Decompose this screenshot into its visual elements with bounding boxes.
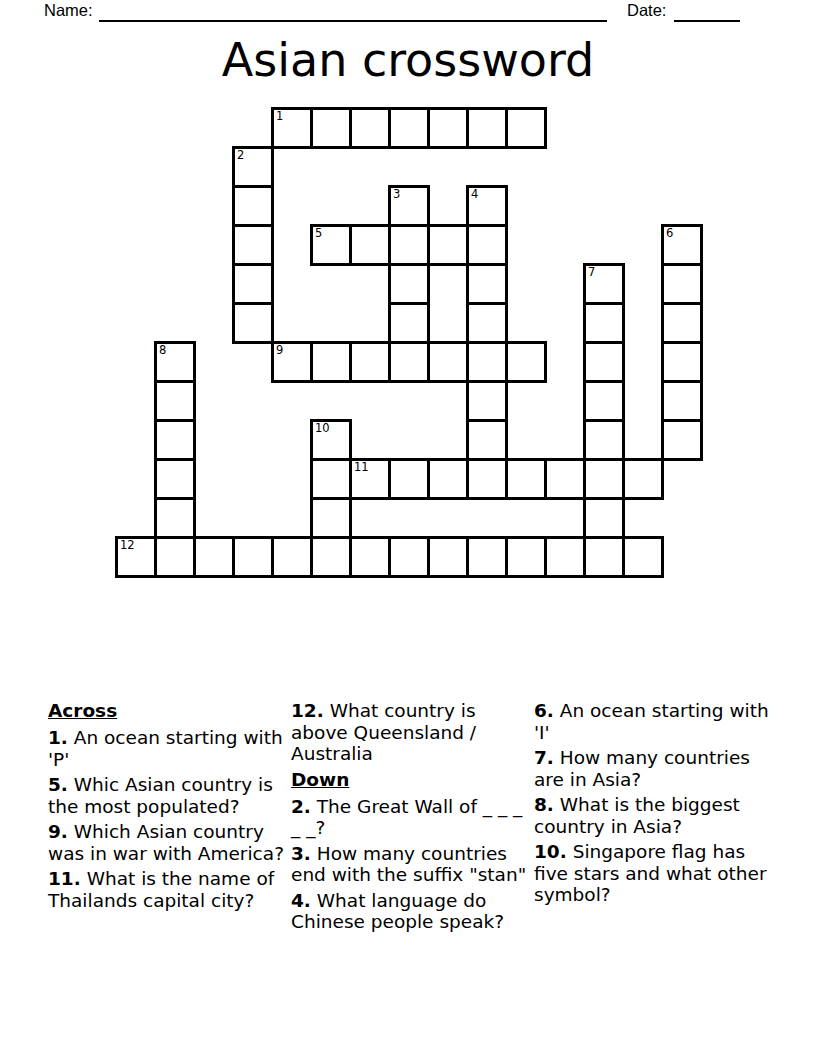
grid-cell-r4c3[interactable] bbox=[232, 263, 274, 305]
clue-4: 4. What language do Chinese people speak… bbox=[291, 890, 527, 933]
clue-2: 2. The Great Wall of _ _ _ _ _? bbox=[291, 796, 527, 839]
grid-cell-r4c12[interactable]: 7 bbox=[583, 263, 625, 305]
clue-number-label: 7. bbox=[534, 747, 554, 768]
grid-cell-r10c12[interactable] bbox=[583, 497, 625, 539]
page-title: Asian crossword bbox=[0, 33, 816, 87]
clue-number-label: 12. bbox=[291, 700, 324, 721]
clues-column-3: 6. An ocean starting with 'I'7. How many… bbox=[534, 700, 770, 937]
cell-number-11: 11 bbox=[354, 461, 369, 474]
grid-cell-r3c6[interactable] bbox=[349, 224, 391, 266]
cell-number-4: 4 bbox=[471, 188, 478, 201]
clue-number-label: 9. bbox=[48, 821, 68, 842]
clue-3: 3. How many countries end with the suffi… bbox=[291, 843, 527, 886]
grid-cell-r0c10[interactable] bbox=[505, 107, 547, 149]
cell-number-6: 6 bbox=[666, 227, 673, 240]
clues-column-2: 12. What country is above Queensland / A… bbox=[291, 700, 527, 937]
grid-cell-r9c5[interactable] bbox=[310, 458, 352, 500]
clue-number-label: 2. bbox=[291, 796, 311, 817]
cell-number-5: 5 bbox=[315, 227, 322, 240]
cell-number-8: 8 bbox=[159, 344, 166, 357]
grid-cell-r0c5[interactable] bbox=[310, 107, 352, 149]
grid-cell-r1c3[interactable]: 2 bbox=[232, 146, 274, 188]
clue-number-label: 8. bbox=[534, 794, 554, 815]
clues-section: Across1. An ocean starting with 'P'5. Wh… bbox=[48, 700, 772, 937]
grid-cell-r6c12[interactable] bbox=[583, 341, 625, 383]
date-label: Date: bbox=[627, 1, 666, 20]
grid-cell-r5c9[interactable] bbox=[466, 302, 508, 344]
grid-cell-r5c3[interactable] bbox=[232, 302, 274, 344]
grid-cell-r5c12[interactable] bbox=[583, 302, 625, 344]
grid-cell-r7c9[interactable] bbox=[466, 380, 508, 422]
grid-cell-r3c3[interactable] bbox=[232, 224, 274, 266]
grid-cell-r4c7[interactable] bbox=[388, 263, 430, 305]
cell-number-7: 7 bbox=[588, 266, 595, 279]
clue-5: 5. Whic Asian country is the most popula… bbox=[48, 774, 284, 817]
name-input-line[interactable] bbox=[99, 0, 607, 22]
grid-cell-r6c6[interactable] bbox=[349, 341, 391, 383]
grid-cell-r3c14[interactable]: 6 bbox=[661, 224, 703, 266]
clues-heading-down: Down bbox=[291, 769, 527, 791]
clue-number-label: 10. bbox=[534, 841, 567, 862]
grid-cell-r6c7[interactable] bbox=[388, 341, 430, 383]
grid-cell-r9c9[interactable] bbox=[466, 458, 508, 500]
clue-7: 7. How many countries are in Asia? bbox=[534, 747, 770, 790]
clues-column-1: Across1. An ocean starting with 'P'5. Wh… bbox=[48, 700, 284, 937]
cell-number-2: 2 bbox=[237, 149, 244, 162]
clue-9: 9. Which Asian country was in war with A… bbox=[48, 821, 284, 864]
grid-cell-r8c12[interactable] bbox=[583, 419, 625, 461]
clue-12: 12. What country is above Queensland / A… bbox=[291, 700, 527, 765]
grid-cell-r9c12[interactable] bbox=[583, 458, 625, 500]
grid-cell-r11c12[interactable] bbox=[583, 536, 625, 578]
clue-8: 8. What is the biggest country in Asia? bbox=[534, 794, 770, 837]
grid-cell-r11c3[interactable] bbox=[232, 536, 274, 578]
clue-number-label: 6. bbox=[534, 700, 554, 721]
clue-10: 10. Singapore flag has five stars and wh… bbox=[534, 841, 770, 906]
grid-cell-r0c4[interactable]: 1 bbox=[271, 107, 313, 149]
grid-cell-r11c9[interactable] bbox=[466, 536, 508, 578]
grid-cell-r7c1[interactable] bbox=[154, 380, 196, 422]
grid-cell-r11c7[interactable] bbox=[388, 536, 430, 578]
grid-cell-r2c9[interactable]: 4 bbox=[466, 185, 508, 227]
grid-cell-r11c8[interactable] bbox=[427, 536, 469, 578]
grid-cell-r3c9[interactable] bbox=[466, 224, 508, 266]
grid-cell-r8c9[interactable] bbox=[466, 419, 508, 461]
grid-cell-r11c11[interactable] bbox=[544, 536, 586, 578]
grid-cell-r9c8[interactable] bbox=[427, 458, 469, 500]
cell-number-3: 3 bbox=[393, 188, 400, 201]
grid-cell-r11c0[interactable]: 12 bbox=[115, 536, 157, 578]
grid-cell-r7c14[interactable] bbox=[661, 380, 703, 422]
grid-cell-r9c13[interactable] bbox=[622, 458, 664, 500]
grid-cell-r6c4[interactable]: 9 bbox=[271, 341, 313, 383]
clue-number-label: 3. bbox=[291, 843, 311, 864]
date-input-line[interactable] bbox=[674, 0, 740, 22]
name-label: Name: bbox=[44, 1, 93, 20]
clue-number-label: 4. bbox=[291, 890, 311, 911]
clue-number-label: 5. bbox=[48, 774, 68, 795]
clue-number-label: 1. bbox=[48, 727, 68, 748]
grid-cell-r11c1[interactable] bbox=[154, 536, 196, 578]
grid-cell-r9c10[interactable] bbox=[505, 458, 547, 500]
grid-cell-r3c7[interactable] bbox=[388, 224, 430, 266]
grid-cell-r9c6[interactable]: 11 bbox=[349, 458, 391, 500]
grid-cell-r10c5[interactable] bbox=[310, 497, 352, 539]
grid-cell-r8c1[interactable] bbox=[154, 419, 196, 461]
grid-cell-r6c5[interactable] bbox=[310, 341, 352, 383]
clues-heading-across: Across bbox=[48, 700, 284, 722]
cell-number-9: 9 bbox=[276, 344, 283, 357]
clue-1: 1. An ocean starting with 'P' bbox=[48, 727, 284, 770]
grid-cell-r9c11[interactable] bbox=[544, 458, 586, 500]
grid-cell-r6c10[interactable] bbox=[505, 341, 547, 383]
grid-cell-r11c6[interactable] bbox=[349, 536, 391, 578]
grid-cell-r11c5[interactable] bbox=[310, 536, 352, 578]
grid-cell-r0c9[interactable] bbox=[466, 107, 508, 149]
worksheet-page: Name: Date: Asian crossword 123456789101… bbox=[0, 0, 816, 1056]
cell-number-10: 10 bbox=[315, 422, 330, 435]
grid-cell-r5c7[interactable] bbox=[388, 302, 430, 344]
grid-cell-r3c8[interactable] bbox=[427, 224, 469, 266]
grid-cell-r6c9[interactable] bbox=[466, 341, 508, 383]
grid-cell-r9c1[interactable] bbox=[154, 458, 196, 500]
clue-6: 6. An ocean starting with 'I' bbox=[534, 700, 770, 743]
grid-cell-r11c10[interactable] bbox=[505, 536, 547, 578]
grid-cell-r5c14[interactable] bbox=[661, 302, 703, 344]
grid-cell-r2c7[interactable]: 3 bbox=[388, 185, 430, 227]
grid-cell-r8c14[interactable] bbox=[661, 419, 703, 461]
grid-cell-r6c1[interactable]: 8 bbox=[154, 341, 196, 383]
grid-cell-r6c8[interactable] bbox=[427, 341, 469, 383]
grid-cell-r4c14[interactable] bbox=[661, 263, 703, 305]
grid-cell-r0c8[interactable] bbox=[427, 107, 469, 149]
clue-number-label: 11. bbox=[48, 868, 81, 889]
grid-cell-r3c5[interactable]: 5 bbox=[310, 224, 352, 266]
grid-cell-r7c12[interactable] bbox=[583, 380, 625, 422]
grid-cell-r0c7[interactable] bbox=[388, 107, 430, 149]
grid-cell-r9c7[interactable] bbox=[388, 458, 430, 500]
grid-cell-r4c9[interactable] bbox=[466, 263, 508, 305]
grid-cell-r10c1[interactable] bbox=[154, 497, 196, 539]
cell-number-12: 12 bbox=[120, 539, 135, 552]
grid-cell-r8c5[interactable]: 10 bbox=[310, 419, 352, 461]
cell-number-1: 1 bbox=[276, 110, 283, 123]
grid-cell-r11c2[interactable] bbox=[193, 536, 235, 578]
grid-cell-r11c4[interactable] bbox=[271, 536, 313, 578]
clue-11: 11. What is the name of Thailands capita… bbox=[48, 868, 284, 911]
grid-cell-r0c6[interactable] bbox=[349, 107, 391, 149]
grid-cell-r6c14[interactable] bbox=[661, 341, 703, 383]
grid-cell-r2c3[interactable] bbox=[232, 185, 274, 227]
grid-cell-r11c13[interactable] bbox=[622, 536, 664, 578]
